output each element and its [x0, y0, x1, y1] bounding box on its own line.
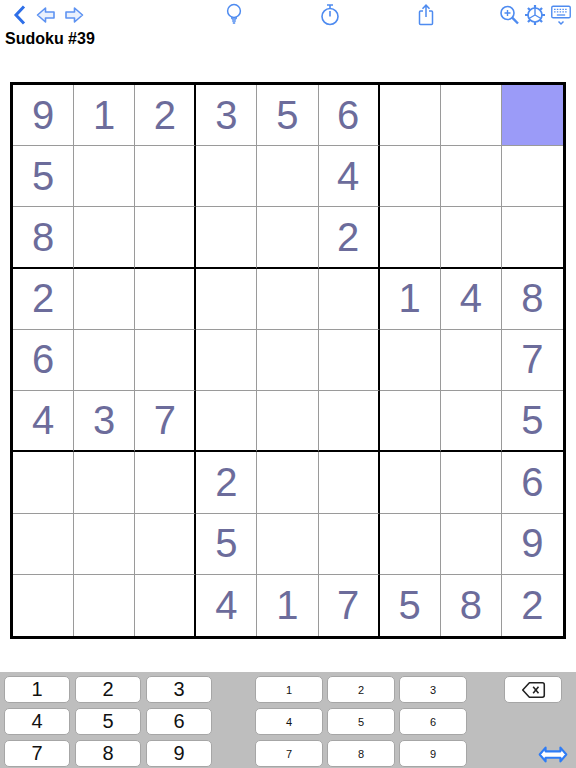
cell-r1c5[interactable]: 5 — [257, 85, 318, 146]
page-title: Sudoku #39 — [5, 30, 95, 48]
cell-r3c6[interactable]: 2 — [319, 207, 380, 268]
cell-r7c3[interactable] — [135, 452, 196, 513]
digit-key-8[interactable]: 8 — [75, 740, 141, 767]
hint-lightbulb-icon[interactable] — [222, 3, 246, 27]
cell-r3c4[interactable] — [196, 207, 257, 268]
cell-r7c2[interactable] — [74, 452, 135, 513]
cell-r2c1[interactable]: 5 — [13, 146, 74, 207]
backspace-icon — [520, 680, 547, 700]
cell-r9c5[interactable]: 1 — [257, 575, 318, 636]
cell-r2c6[interactable]: 4 — [319, 146, 380, 207]
cell-r8c6[interactable] — [319, 514, 380, 575]
cell-r1c9[interactable] — [502, 85, 563, 146]
cell-r5c3[interactable] — [135, 330, 196, 391]
pencil-key-3[interactable]: 3 — [399, 676, 467, 703]
cell-r8c1[interactable] — [13, 514, 74, 575]
cell-r9c2[interactable] — [74, 575, 135, 636]
cell-r4c7[interactable]: 1 — [380, 269, 441, 330]
cell-r1c7[interactable] — [380, 85, 441, 146]
keypad-position-toggle[interactable] — [538, 745, 568, 763]
pencil-key-1[interactable]: 1 — [255, 676, 323, 703]
cell-r3c9[interactable] — [502, 207, 563, 268]
keyboard-dismiss-icon[interactable] — [549, 3, 573, 27]
cell-r3c8[interactable] — [441, 207, 502, 268]
cell-r1c2[interactable]: 1 — [74, 85, 135, 146]
pencil-key-5[interactable]: 5 — [327, 708, 395, 735]
cell-r1c3[interactable]: 2 — [135, 85, 196, 146]
cell-r3c7[interactable] — [380, 207, 441, 268]
cell-r2c3[interactable] — [135, 146, 196, 207]
keypad-small-group: 123456789 — [255, 676, 467, 767]
cell-r8c8[interactable] — [441, 514, 502, 575]
cell-r6c5[interactable] — [257, 391, 318, 452]
pencil-key-2[interactable]: 2 — [327, 676, 395, 703]
toolbar — [0, 0, 576, 28]
digit-key-2[interactable]: 2 — [75, 676, 141, 703]
zoom-in-icon[interactable] — [497, 3, 521, 27]
cell-r5c2[interactable] — [74, 330, 135, 391]
sudoku-board: 912356548221486743752659417582 — [10, 82, 566, 639]
back-chevron-icon[interactable] — [8, 3, 32, 27]
pencil-key-8[interactable]: 8 — [327, 740, 395, 767]
cell-r3c3[interactable] — [135, 207, 196, 268]
pencil-key-9[interactable]: 9 — [399, 740, 467, 767]
pencil-key-6[interactable]: 6 — [399, 708, 467, 735]
cell-r8c7[interactable] — [380, 514, 441, 575]
cell-r4c1[interactable]: 2 — [13, 269, 74, 330]
cell-r2c4[interactable] — [196, 146, 257, 207]
cell-r7c1[interactable] — [13, 452, 74, 513]
cell-r2c7[interactable] — [380, 146, 441, 207]
keypad-large-group: 123456789 — [4, 676, 212, 767]
cell-r6c3[interactable]: 7 — [135, 391, 196, 452]
cell-r8c5[interactable] — [257, 514, 318, 575]
cell-r4c8[interactable]: 4 — [441, 269, 502, 330]
digit-key-4[interactable]: 4 — [4, 708, 70, 735]
cell-r8c3[interactable] — [135, 514, 196, 575]
backspace-key[interactable] — [504, 676, 562, 703]
cell-r7c9[interactable]: 6 — [502, 452, 563, 513]
cell-r2c8[interactable] — [441, 146, 502, 207]
left-right-arrow-icon — [538, 746, 568, 763]
cell-r9c3[interactable] — [135, 575, 196, 636]
cell-r9c6[interactable]: 7 — [319, 575, 380, 636]
redo-arrow-icon[interactable] — [63, 3, 87, 27]
cell-r5c5[interactable] — [257, 330, 318, 391]
cell-r9c7[interactable]: 5 — [380, 575, 441, 636]
cell-r2c9[interactable] — [502, 146, 563, 207]
cell-r5c6[interactable] — [319, 330, 380, 391]
cell-r2c2[interactable] — [74, 146, 135, 207]
cell-r8c2[interactable] — [74, 514, 135, 575]
cell-r2c5[interactable] — [257, 146, 318, 207]
timer-stopwatch-icon[interactable] — [318, 3, 342, 27]
digit-key-3[interactable]: 3 — [146, 676, 212, 703]
cell-r4c6[interactable] — [319, 269, 380, 330]
number-keypad: 123456789 123456789 — [0, 672, 576, 768]
cell-r4c9[interactable]: 8 — [502, 269, 563, 330]
undo-arrow-icon[interactable] — [33, 3, 57, 27]
digit-key-1[interactable]: 1 — [4, 676, 70, 703]
digit-key-7[interactable]: 7 — [4, 740, 70, 767]
cell-r8c9[interactable]: 9 — [502, 514, 563, 575]
cell-r6c4[interactable] — [196, 391, 257, 452]
cell-r7c6[interactable] — [319, 452, 380, 513]
cell-r1c4[interactable]: 3 — [196, 85, 257, 146]
cell-r5c7[interactable] — [380, 330, 441, 391]
cell-r9c1[interactable] — [13, 575, 74, 636]
cell-r5c4[interactable] — [196, 330, 257, 391]
cell-r7c5[interactable] — [257, 452, 318, 513]
cell-r4c5[interactable] — [257, 269, 318, 330]
cell-r8c4[interactable]: 5 — [196, 514, 257, 575]
cell-r6c6[interactable] — [319, 391, 380, 452]
cell-r7c4[interactable]: 2 — [196, 452, 257, 513]
cell-r9c8[interactable]: 8 — [441, 575, 502, 636]
cell-r6c2[interactable]: 3 — [74, 391, 135, 452]
settings-gear-icon[interactable] — [523, 3, 547, 27]
pencil-key-7[interactable]: 7 — [255, 740, 323, 767]
cell-r5c8[interactable] — [441, 330, 502, 391]
cell-r5c1[interactable]: 6 — [13, 330, 74, 391]
cell-r6c9[interactable]: 5 — [502, 391, 563, 452]
digit-key-6[interactable]: 6 — [146, 708, 212, 735]
pencil-key-4[interactable]: 4 — [255, 708, 323, 735]
cell-r3c5[interactable] — [257, 207, 318, 268]
cell-r9c9[interactable]: 2 — [502, 575, 563, 636]
cell-r3c1[interactable]: 8 — [13, 207, 74, 268]
cell-r6c8[interactable] — [441, 391, 502, 452]
cell-r4c2[interactable] — [74, 269, 135, 330]
cell-r4c4[interactable] — [196, 269, 257, 330]
cell-r7c8[interactable] — [441, 452, 502, 513]
share-icon[interactable] — [414, 3, 438, 27]
cell-r9c4[interactable]: 4 — [196, 575, 257, 636]
cell-r1c8[interactable] — [441, 85, 502, 146]
cell-r6c1[interactable]: 4 — [13, 391, 74, 452]
digit-key-5[interactable]: 5 — [75, 708, 141, 735]
cell-r1c1[interactable]: 9 — [13, 85, 74, 146]
digit-key-9[interactable]: 9 — [146, 740, 212, 767]
cell-r5c9[interactable]: 7 — [502, 330, 563, 391]
cell-r3c2[interactable] — [74, 207, 135, 268]
cell-r6c7[interactable] — [380, 391, 441, 452]
cell-r7c7[interactable] — [380, 452, 441, 513]
cell-r4c3[interactable] — [135, 269, 196, 330]
cell-r1c6[interactable]: 6 — [319, 85, 380, 146]
